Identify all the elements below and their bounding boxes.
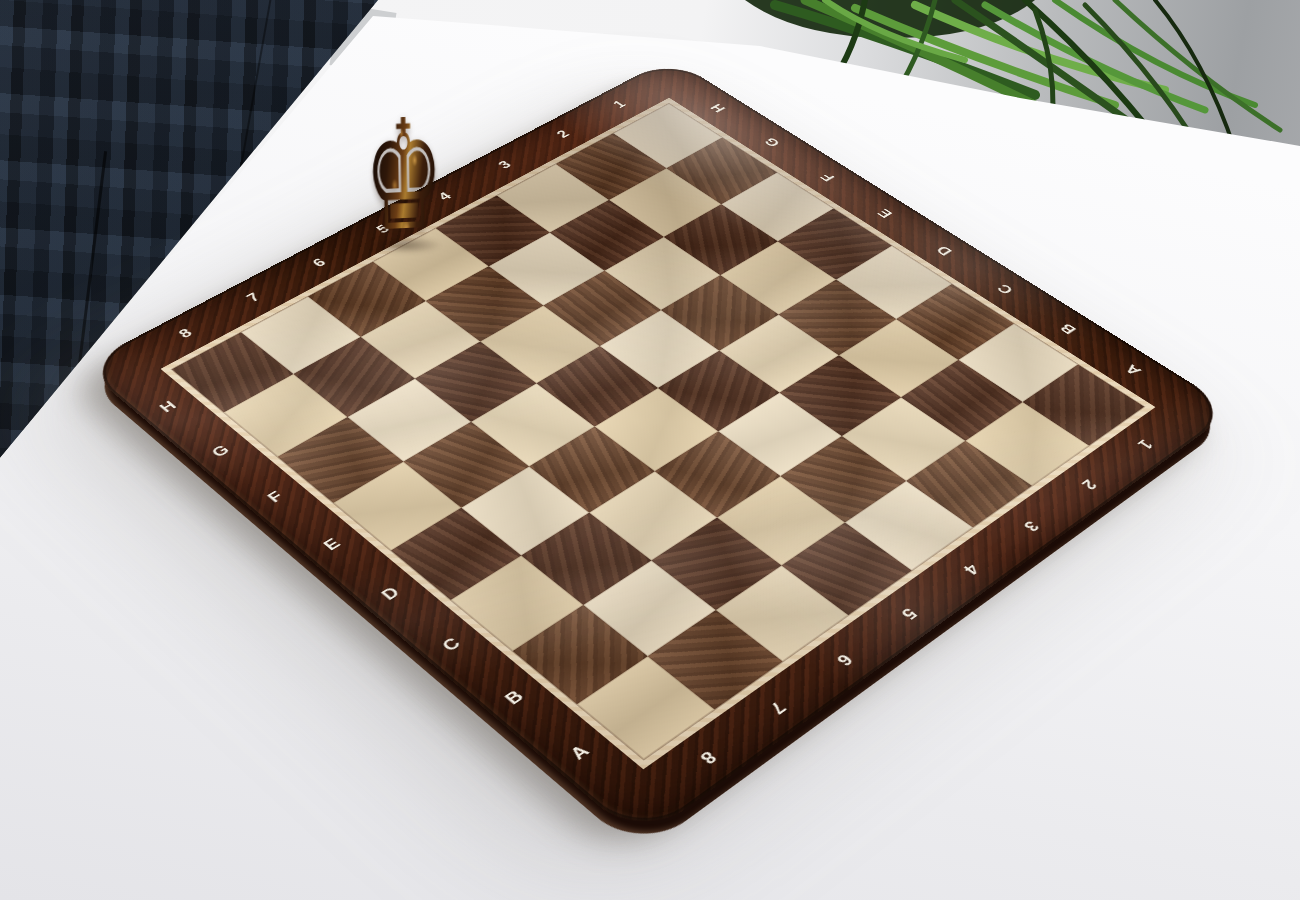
black-king-glyph: ♚: [356, 98, 451, 254]
coordinate-label-top-e: E: [874, 206, 896, 220]
coordinate-label-bottom-g: G: [208, 442, 234, 460]
product-photo-scene: HH11GG22FF33EE44DD55CC66BB77AA88 ♚: [0, 0, 1300, 900]
coordinate-label-bottom-f: F: [263, 488, 287, 506]
coordinate-label-left-6: 6: [309, 256, 330, 270]
coordinate-label-bottom-h: H: [156, 398, 181, 415]
coordinate-label-right-3: 3: [1019, 517, 1044, 534]
coordinate-label-bottom-b: B: [500, 687, 528, 709]
coordinate-label-right-2: 2: [1077, 476, 1102, 493]
coordinate-label-right-5: 5: [896, 604, 921, 622]
coordinate-label-left-3: 3: [495, 158, 515, 171]
coordinate-label-bottom-d: D: [377, 584, 404, 604]
coordinate-label-bottom-c: C: [438, 634, 465, 655]
coordinate-label-top-c: C: [994, 282, 1018, 297]
coordinate-label-top-d: D: [933, 243, 956, 258]
coordinate-label-top-f: F: [817, 171, 838, 184]
coordinate-label-top-a: A: [1121, 362, 1145, 378]
coordinate-label-left-8: 8: [175, 326, 196, 341]
coordinate-label-bottom-a: A: [565, 741, 594, 763]
coordinate-label-bottom-e: E: [319, 535, 344, 554]
coordinate-label-right-7: 7: [765, 698, 791, 718]
coordinate-label-right-6: 6: [832, 650, 858, 669]
coordinate-label-right-8: 8: [695, 747, 721, 768]
coordinate-label-top-g: G: [761, 135, 784, 149]
coordinate-label-top-b: B: [1056, 321, 1080, 337]
coordinate-label-left-1: 1: [609, 98, 629, 110]
coordinate-label-left-7: 7: [243, 290, 264, 305]
coordinate-label-right-4: 4: [959, 560, 984, 578]
coordinate-label-right-1: 1: [1133, 436, 1157, 452]
coordinate-label-top-h: H: [707, 102, 729, 115]
coordinate-label-left-2: 2: [553, 128, 573, 141]
